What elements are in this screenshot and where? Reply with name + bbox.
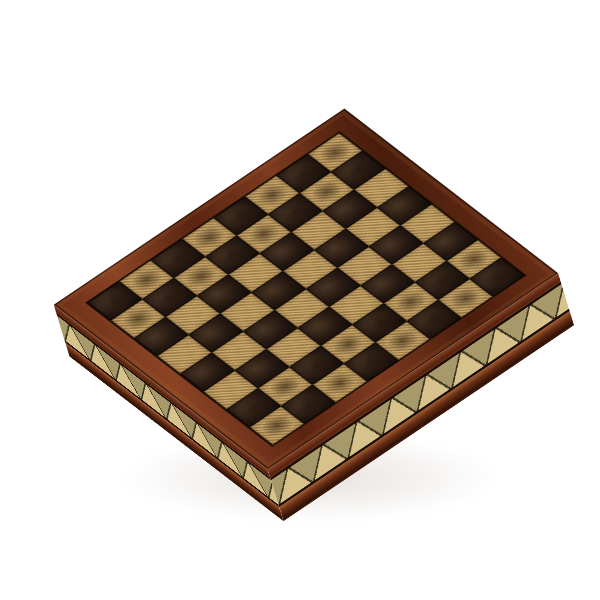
- product-photo: ♜♞♝♛♚♝♞♜♟♟♟♟♟♟♟♟♟♟♟♟♟♟♟♟♜♞♝♛♚♝♞♜: [0, 0, 600, 600]
- chessboard: ♜♞♝♛♚♝♞♜♟♟♟♟♟♟♟♟♟♟♟♟♟♟♟♟♜♞♝♛♚♝♞♜: [54, 109, 559, 470]
- copper-dome: [126, 278, 151, 299]
